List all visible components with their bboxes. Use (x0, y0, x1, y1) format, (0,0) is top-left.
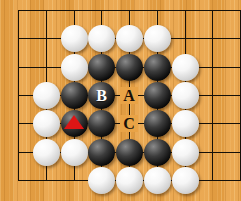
black-stone[interactable] (116, 54, 143, 81)
black-stone[interactable] (144, 110, 171, 137)
black-stone[interactable] (88, 54, 115, 81)
empty-point-label-c[interactable]: C (120, 115, 138, 132)
white-stone[interactable] (116, 167, 143, 194)
white-stone[interactable] (116, 25, 143, 52)
white-stone[interactable] (172, 82, 199, 109)
black-stone[interactable] (88, 110, 115, 137)
white-stone[interactable] (33, 139, 60, 166)
white-stone[interactable] (33, 110, 60, 137)
black-stone[interactable] (61, 110, 88, 137)
white-stone[interactable] (144, 25, 171, 52)
black-stone[interactable] (144, 54, 171, 81)
white-stone[interactable] (88, 167, 115, 194)
white-stone[interactable] (144, 167, 171, 194)
white-stone[interactable] (33, 82, 60, 109)
white-stone[interactable] (61, 54, 88, 81)
stone-label: B (96, 88, 107, 104)
empty-point-label-a[interactable]: A (120, 87, 138, 104)
black-stone[interactable] (144, 82, 171, 109)
white-stone[interactable] (88, 25, 115, 52)
grid-line-vertical (18, 10, 19, 181)
white-stone[interactable] (61, 25, 88, 52)
go-board[interactable]: BAC (0, 0, 241, 201)
black-stone[interactable] (61, 82, 88, 109)
white-stone[interactable] (172, 167, 199, 194)
white-stone[interactable] (61, 139, 88, 166)
black-stone[interactable] (144, 139, 171, 166)
grid-line-vertical (212, 10, 213, 181)
white-stone[interactable] (172, 139, 199, 166)
grid-line-vertical (240, 10, 241, 181)
black-stone[interactable] (88, 139, 115, 166)
black-stone[interactable]: B (88, 82, 115, 109)
white-stone[interactable] (172, 54, 199, 81)
triangle-marker-icon (64, 115, 84, 129)
white-stone[interactable] (172, 110, 199, 137)
black-stone[interactable] (116, 139, 143, 166)
